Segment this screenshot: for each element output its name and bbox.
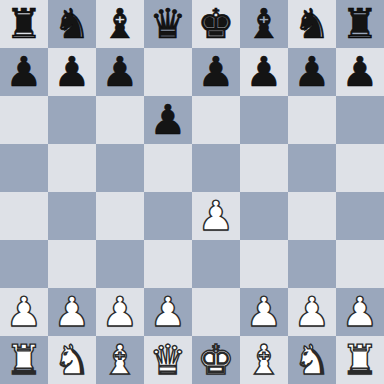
square-f3[interactable] xyxy=(240,240,288,288)
square-g7[interactable]: ♟ xyxy=(288,48,336,96)
square-h7[interactable]: ♟ xyxy=(336,48,384,96)
square-e1[interactable]: ♚ xyxy=(192,336,240,384)
square-e5[interactable] xyxy=(192,144,240,192)
piece-white-pawn[interactable]: ♟ xyxy=(246,288,283,336)
square-d6[interactable]: ♟ xyxy=(144,96,192,144)
piece-black-bishop[interactable]: ♝ xyxy=(102,0,139,48)
piece-black-rook[interactable]: ♜ xyxy=(6,0,43,48)
square-c5[interactable] xyxy=(96,144,144,192)
piece-black-pawn[interactable]: ♟ xyxy=(54,48,91,96)
square-g8[interactable]: ♞ xyxy=(288,0,336,48)
square-a4[interactable] xyxy=(0,192,48,240)
square-a1[interactable]: ♜ xyxy=(0,336,48,384)
square-b1[interactable]: ♞ xyxy=(48,336,96,384)
square-h3[interactable] xyxy=(336,240,384,288)
square-f8[interactable]: ♝ xyxy=(240,0,288,48)
piece-white-pawn[interactable]: ♟ xyxy=(294,288,331,336)
square-g5[interactable] xyxy=(288,144,336,192)
square-a7[interactable]: ♟ xyxy=(0,48,48,96)
square-f6[interactable] xyxy=(240,96,288,144)
square-g1[interactable]: ♞ xyxy=(288,336,336,384)
piece-white-king[interactable]: ♚ xyxy=(198,336,235,384)
square-g2[interactable]: ♟ xyxy=(288,288,336,336)
square-h4[interactable] xyxy=(336,192,384,240)
piece-black-knight[interactable]: ♞ xyxy=(54,0,91,48)
square-c7[interactable]: ♟ xyxy=(96,48,144,96)
square-a6[interactable] xyxy=(0,96,48,144)
square-b8[interactable]: ♞ xyxy=(48,0,96,48)
square-f1[interactable]: ♝ xyxy=(240,336,288,384)
square-e8[interactable]: ♚ xyxy=(192,0,240,48)
square-f5[interactable] xyxy=(240,144,288,192)
piece-white-pawn[interactable]: ♟ xyxy=(150,288,187,336)
piece-white-rook[interactable]: ♜ xyxy=(6,336,43,384)
piece-white-pawn[interactable]: ♟ xyxy=(6,288,43,336)
square-b4[interactable] xyxy=(48,192,96,240)
square-g6[interactable] xyxy=(288,96,336,144)
square-a3[interactable] xyxy=(0,240,48,288)
square-e6[interactable] xyxy=(192,96,240,144)
piece-black-pawn[interactable]: ♟ xyxy=(294,48,331,96)
square-d2[interactable]: ♟ xyxy=(144,288,192,336)
piece-black-king[interactable]: ♚ xyxy=(198,0,235,48)
square-a5[interactable] xyxy=(0,144,48,192)
square-d1[interactable]: ♛ xyxy=(144,336,192,384)
piece-black-queen[interactable]: ♛ xyxy=(150,0,187,48)
piece-white-knight[interactable]: ♞ xyxy=(294,336,331,384)
square-h2[interactable]: ♟ xyxy=(336,288,384,336)
square-a2[interactable]: ♟ xyxy=(0,288,48,336)
piece-white-bishop[interactable]: ♝ xyxy=(102,336,139,384)
piece-black-bishop[interactable]: ♝ xyxy=(246,0,283,48)
piece-white-knight[interactable]: ♞ xyxy=(54,336,91,384)
piece-white-queen[interactable]: ♛ xyxy=(150,336,187,384)
square-b7[interactable]: ♟ xyxy=(48,48,96,96)
piece-black-knight[interactable]: ♞ xyxy=(294,0,331,48)
square-c4[interactable] xyxy=(96,192,144,240)
piece-white-pawn[interactable]: ♟ xyxy=(198,192,235,240)
square-f4[interactable] xyxy=(240,192,288,240)
square-c6[interactable] xyxy=(96,96,144,144)
square-c3[interactable] xyxy=(96,240,144,288)
square-c2[interactable]: ♟ xyxy=(96,288,144,336)
square-g3[interactable] xyxy=(288,240,336,288)
square-b6[interactable] xyxy=(48,96,96,144)
piece-black-pawn[interactable]: ♟ xyxy=(150,96,187,144)
square-h8[interactable]: ♜ xyxy=(336,0,384,48)
piece-white-pawn[interactable]: ♟ xyxy=(342,288,379,336)
square-d5[interactable] xyxy=(144,144,192,192)
square-d3[interactable] xyxy=(144,240,192,288)
piece-white-rook[interactable]: ♜ xyxy=(342,336,379,384)
piece-white-pawn[interactable]: ♟ xyxy=(102,288,139,336)
square-d7[interactable] xyxy=(144,48,192,96)
square-h1[interactable]: ♜ xyxy=(336,336,384,384)
square-c8[interactable]: ♝ xyxy=(96,0,144,48)
square-f2[interactable]: ♟ xyxy=(240,288,288,336)
chess-board: ♜♞♝♛♚♝♞♜♟♟♟♟♟♟♟♟♟♟♟♟♟♟♟♟♜♞♝♛♚♝♞♜ xyxy=(0,0,384,384)
square-b5[interactable] xyxy=(48,144,96,192)
square-d8[interactable]: ♛ xyxy=(144,0,192,48)
square-b3[interactable] xyxy=(48,240,96,288)
square-g4[interactable] xyxy=(288,192,336,240)
piece-black-pawn[interactable]: ♟ xyxy=(102,48,139,96)
square-a8[interactable]: ♜ xyxy=(0,0,48,48)
square-e4[interactable]: ♟ xyxy=(192,192,240,240)
piece-white-pawn[interactable]: ♟ xyxy=(54,288,91,336)
piece-black-pawn[interactable]: ♟ xyxy=(246,48,283,96)
piece-black-pawn[interactable]: ♟ xyxy=(342,48,379,96)
piece-black-rook[interactable]: ♜ xyxy=(342,0,379,48)
square-f7[interactable]: ♟ xyxy=(240,48,288,96)
square-h5[interactable] xyxy=(336,144,384,192)
piece-white-bishop[interactable]: ♝ xyxy=(246,336,283,384)
square-e2[interactable] xyxy=(192,288,240,336)
square-c1[interactable]: ♝ xyxy=(96,336,144,384)
square-e7[interactable]: ♟ xyxy=(192,48,240,96)
square-b2[interactable]: ♟ xyxy=(48,288,96,336)
square-h6[interactable] xyxy=(336,96,384,144)
piece-black-pawn[interactable]: ♟ xyxy=(198,48,235,96)
square-d4[interactable] xyxy=(144,192,192,240)
piece-black-pawn[interactable]: ♟ xyxy=(6,48,43,96)
square-e3[interactable] xyxy=(192,240,240,288)
